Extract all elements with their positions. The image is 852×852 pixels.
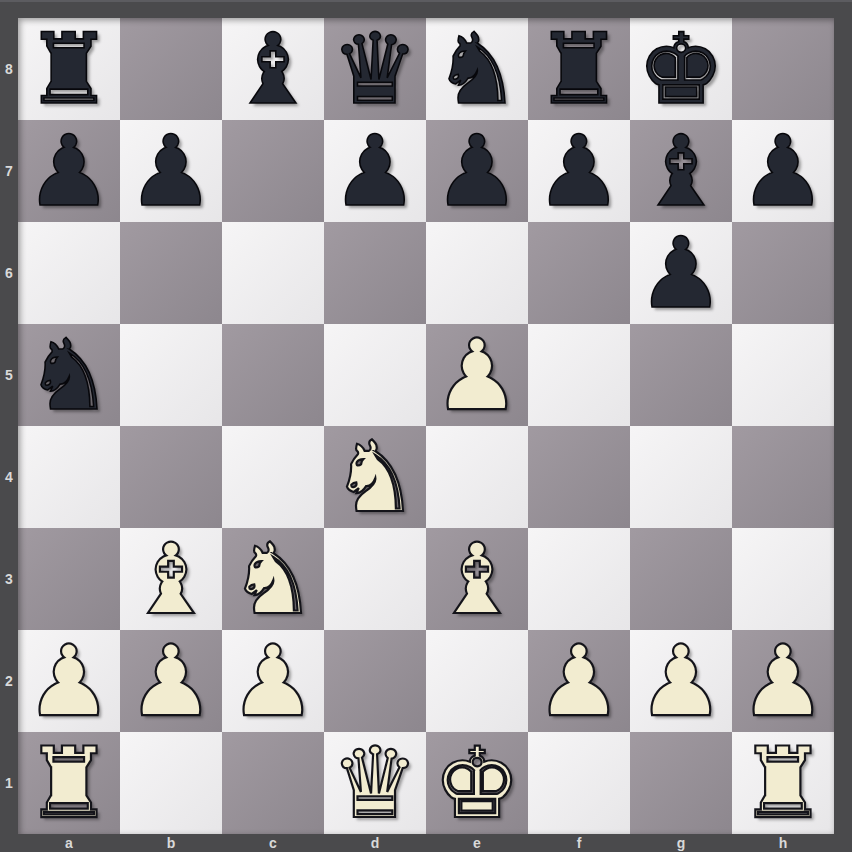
square-g4[interactable] xyxy=(630,426,732,528)
square-g3[interactable] xyxy=(630,528,732,630)
square-a2[interactable]: ♟ xyxy=(18,630,120,732)
square-b3[interactable]: ♝ xyxy=(120,528,222,630)
piece-black-queen-d8[interactable]: ♛ xyxy=(331,20,419,118)
square-d2[interactable] xyxy=(324,630,426,732)
piece-black-pawn-e7[interactable]: ♟ xyxy=(433,122,521,220)
piece-white-king-e1[interactable]: ♚ xyxy=(433,734,521,832)
square-g5[interactable] xyxy=(630,324,732,426)
square-f3[interactable] xyxy=(528,528,630,630)
rank-label-3: 3 xyxy=(0,528,18,630)
square-b8[interactable] xyxy=(120,18,222,120)
square-g1[interactable] xyxy=(630,732,732,834)
piece-white-pawn-a2[interactable]: ♟ xyxy=(25,632,113,730)
piece-white-pawn-c2[interactable]: ♟ xyxy=(229,632,317,730)
piece-white-knight-d4[interactable]: ♞ xyxy=(331,428,419,526)
square-c1[interactable] xyxy=(222,732,324,834)
square-d3[interactable] xyxy=(324,528,426,630)
file-label-d: d xyxy=(324,834,426,852)
piece-white-rook-a1[interactable]: ♜ xyxy=(25,734,113,832)
board-frame: ♜♝♛♞♜♚♟♟♟♟♟♝♟♟♞♟♞♝♞♝♟♟♟♟♟♟♜♛♚♜ 87654321a… xyxy=(0,0,852,852)
square-d4[interactable]: ♞ xyxy=(324,426,426,528)
piece-black-pawn-d7[interactable]: ♟ xyxy=(331,122,419,220)
piece-white-rook-h1[interactable]: ♜ xyxy=(739,734,827,832)
piece-black-rook-f8[interactable]: ♜ xyxy=(535,20,623,118)
file-label-h: h xyxy=(732,834,834,852)
square-c8[interactable]: ♝ xyxy=(222,18,324,120)
square-f1[interactable] xyxy=(528,732,630,834)
piece-white-pawn-h2[interactable]: ♟ xyxy=(739,632,827,730)
square-a7[interactable]: ♟ xyxy=(18,120,120,222)
piece-black-pawn-g6[interactable]: ♟ xyxy=(637,224,725,322)
square-c3[interactable]: ♞ xyxy=(222,528,324,630)
piece-white-knight-c3[interactable]: ♞ xyxy=(229,530,317,628)
square-c4[interactable] xyxy=(222,426,324,528)
square-c2[interactable]: ♟ xyxy=(222,630,324,732)
square-a1[interactable]: ♜ xyxy=(18,732,120,834)
square-b5[interactable] xyxy=(120,324,222,426)
piece-black-knight-e8[interactable]: ♞ xyxy=(433,20,521,118)
square-a5[interactable]: ♞ xyxy=(18,324,120,426)
square-h7[interactable]: ♟ xyxy=(732,120,834,222)
piece-white-bishop-b3[interactable]: ♝ xyxy=(127,530,215,628)
square-a6[interactable] xyxy=(18,222,120,324)
square-f4[interactable] xyxy=(528,426,630,528)
rank-label-4: 4 xyxy=(0,426,18,528)
square-a4[interactable] xyxy=(18,426,120,528)
square-d8[interactable]: ♛ xyxy=(324,18,426,120)
square-b6[interactable] xyxy=(120,222,222,324)
piece-white-pawn-f2[interactable]: ♟ xyxy=(535,632,623,730)
square-f2[interactable]: ♟ xyxy=(528,630,630,732)
square-b7[interactable]: ♟ xyxy=(120,120,222,222)
square-h5[interactable] xyxy=(732,324,834,426)
rank-label-1: 1 xyxy=(0,732,18,834)
square-f6[interactable] xyxy=(528,222,630,324)
square-h3[interactable] xyxy=(732,528,834,630)
piece-black-king-g8[interactable]: ♚ xyxy=(637,20,725,118)
square-g8[interactable]: ♚ xyxy=(630,18,732,120)
piece-black-bishop-g7[interactable]: ♝ xyxy=(637,122,725,220)
square-b4[interactable] xyxy=(120,426,222,528)
square-d6[interactable] xyxy=(324,222,426,324)
square-g6[interactable]: ♟ xyxy=(630,222,732,324)
file-label-c: c xyxy=(222,834,324,852)
square-c7[interactable] xyxy=(222,120,324,222)
square-g7[interactable]: ♝ xyxy=(630,120,732,222)
square-a3[interactable] xyxy=(18,528,120,630)
piece-black-knight-a5[interactable]: ♞ xyxy=(25,326,113,424)
piece-white-queen-d1[interactable]: ♛ xyxy=(331,734,419,832)
piece-white-bishop-e3[interactable]: ♝ xyxy=(433,530,521,628)
square-e3[interactable]: ♝ xyxy=(426,528,528,630)
square-d1[interactable]: ♛ xyxy=(324,732,426,834)
square-e1[interactable]: ♚ xyxy=(426,732,528,834)
rank-label-6: 6 xyxy=(0,222,18,324)
square-a8[interactable]: ♜ xyxy=(18,18,120,120)
rank-label-7: 7 xyxy=(0,120,18,222)
square-e8[interactable]: ♞ xyxy=(426,18,528,120)
piece-black-bishop-c8[interactable]: ♝ xyxy=(229,20,317,118)
file-label-b: b xyxy=(120,834,222,852)
piece-black-pawn-a7[interactable]: ♟ xyxy=(25,122,113,220)
file-label-a: a xyxy=(18,834,120,852)
chess-board: ♜♝♛♞♜♚♟♟♟♟♟♝♟♟♞♟♞♝♞♝♟♟♟♟♟♟♜♛♚♜ xyxy=(18,18,834,834)
rank-label-2: 2 xyxy=(0,630,18,732)
square-e2[interactable] xyxy=(426,630,528,732)
square-e7[interactable]: ♟ xyxy=(426,120,528,222)
square-h2[interactable]: ♟ xyxy=(732,630,834,732)
square-f5[interactable] xyxy=(528,324,630,426)
square-d5[interactable] xyxy=(324,324,426,426)
square-c5[interactable] xyxy=(222,324,324,426)
square-f8[interactable]: ♜ xyxy=(528,18,630,120)
square-e5[interactable]: ♟ xyxy=(426,324,528,426)
square-h6[interactable] xyxy=(732,222,834,324)
piece-black-pawn-f7[interactable]: ♟ xyxy=(535,122,623,220)
square-g2[interactable]: ♟ xyxy=(630,630,732,732)
square-b2[interactable]: ♟ xyxy=(120,630,222,732)
file-label-e: e xyxy=(426,834,528,852)
piece-white-pawn-e5[interactable]: ♟ xyxy=(433,326,521,424)
square-e6[interactable] xyxy=(426,222,528,324)
piece-white-pawn-g2[interactable]: ♟ xyxy=(637,632,725,730)
piece-black-rook-a8[interactable]: ♜ xyxy=(25,20,113,118)
piece-white-pawn-b2[interactable]: ♟ xyxy=(127,632,215,730)
file-label-f: f xyxy=(528,834,630,852)
square-h8[interactable] xyxy=(732,18,834,120)
square-h1[interactable]: ♜ xyxy=(732,732,834,834)
square-h4[interactable] xyxy=(732,426,834,528)
rank-label-8: 8 xyxy=(0,18,18,120)
square-f7[interactable]: ♟ xyxy=(528,120,630,222)
square-d7[interactable]: ♟ xyxy=(324,120,426,222)
square-c6[interactable] xyxy=(222,222,324,324)
square-b1[interactable] xyxy=(120,732,222,834)
square-e4[interactable] xyxy=(426,426,528,528)
rank-label-5: 5 xyxy=(0,324,18,426)
file-label-g: g xyxy=(630,834,732,852)
piece-black-pawn-b7[interactable]: ♟ xyxy=(127,122,215,220)
piece-black-pawn-h7[interactable]: ♟ xyxy=(739,122,827,220)
